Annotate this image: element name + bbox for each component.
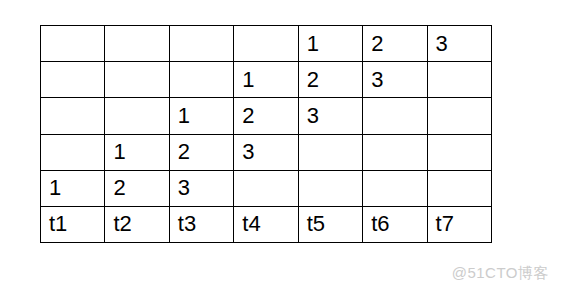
stage-cell: 2 [105, 171, 169, 207]
stage-cell [170, 62, 234, 98]
stage-cell [105, 26, 169, 62]
time-slot-label-cell: t5 [299, 207, 363, 243]
time-slot-label-cell: t6 [363, 207, 427, 243]
stage-cell: 1 [105, 135, 169, 171]
stage-cell: 3 [363, 62, 427, 98]
stage-cell: 3 [428, 26, 492, 62]
stage-cell [428, 135, 492, 171]
stage-cell [170, 26, 234, 62]
stage-cell [363, 98, 427, 134]
stage-cell [363, 135, 427, 171]
stage-cell [41, 26, 105, 62]
stage-cell: 2 [363, 26, 427, 62]
time-slot-label-cell: t3 [170, 207, 234, 243]
stage-cell [428, 62, 492, 98]
stage-cell [299, 135, 363, 171]
stage-cell [363, 171, 427, 207]
stage-cell [41, 98, 105, 134]
stage-cell [41, 135, 105, 171]
stage-cell: 3 [170, 171, 234, 207]
stage-cell: 2 [234, 98, 298, 134]
stage-cell: 3 [299, 98, 363, 134]
stage-cell: 2 [299, 62, 363, 98]
stage-cell: 2 [170, 135, 234, 171]
stage-cell: 1 [234, 62, 298, 98]
stage-cell: 3 [234, 135, 298, 171]
stage-cell [234, 171, 298, 207]
stage-cell [299, 171, 363, 207]
stage-cell [105, 98, 169, 134]
stage-cell [105, 62, 169, 98]
time-slot-label-cell: t2 [105, 207, 169, 243]
stage-cell: 1 [41, 171, 105, 207]
stage-cell [234, 26, 298, 62]
time-slot-label-cell: t1 [41, 207, 105, 243]
stage-cell: 1 [170, 98, 234, 134]
stage-cell [428, 98, 492, 134]
watermark: @51CTO博客 [452, 264, 549, 283]
time-slot-label-cell: t4 [234, 207, 298, 243]
pipeline-stage-table: 123123123123123t1t2t3t4t5t6t7 [40, 25, 492, 243]
stage-cell: 1 [299, 26, 363, 62]
time-slot-label-cell: t7 [428, 207, 492, 243]
stage-cell [428, 171, 492, 207]
stage-cell [41, 62, 105, 98]
